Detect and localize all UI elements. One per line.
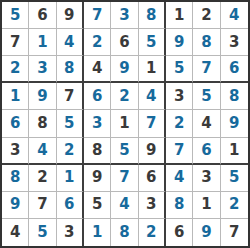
- cell-r6c6[interactable]: 9: [139, 138, 166, 165]
- cell-r7c9[interactable]: 5: [221, 165, 248, 192]
- entry-digit: 9: [174, 35, 184, 50]
- given-digit: 2: [201, 8, 211, 23]
- given-digit: 1: [119, 116, 129, 131]
- cell-r5c6[interactable]: 7: [139, 110, 166, 137]
- cell-r9c3[interactable]: 3: [57, 219, 84, 246]
- given-digit: 3: [64, 225, 74, 240]
- cell-r6c7[interactable]: 7: [166, 138, 193, 165]
- cell-r7c7[interactable]: 4: [166, 165, 193, 192]
- cell-r9c8[interactable]: 9: [193, 219, 220, 246]
- cell-r2c9[interactable]: 3: [221, 29, 248, 56]
- cell-r1c6[interactable]: 8: [139, 2, 166, 29]
- given-digit: 5: [92, 197, 102, 212]
- cell-r4c1[interactable]: 1: [2, 83, 29, 110]
- given-digit: 3: [146, 197, 156, 212]
- entry-digit: 2: [64, 143, 74, 158]
- entry-digit: 6: [201, 143, 211, 158]
- cell-r1c5[interactable]: 3: [111, 2, 138, 29]
- entry-digit: 4: [146, 89, 156, 104]
- given-digit: 9: [64, 8, 74, 23]
- entry-digit: 5: [146, 35, 156, 50]
- entry-digit: 1: [10, 89, 20, 104]
- cell-r4c6[interactable]: 4: [139, 83, 166, 110]
- cell-r3c9[interactable]: 6: [221, 56, 248, 83]
- cell-r5c9[interactable]: 9: [221, 110, 248, 137]
- given-digit: 6: [119, 35, 129, 50]
- cell-r3c4[interactable]: 4: [84, 56, 111, 83]
- entry-digit: 8: [229, 89, 239, 104]
- cell-r4c5[interactable]: 2: [111, 83, 138, 110]
- given-digit: 3: [174, 89, 184, 104]
- entry-digit: 5: [64, 116, 74, 131]
- entry-digit: 2: [119, 89, 129, 104]
- cell-r1c8[interactable]: 2: [193, 2, 220, 29]
- cell-r1c2[interactable]: 6: [29, 2, 56, 29]
- cell-r7c8[interactable]: 3: [193, 165, 220, 192]
- given-digit: 7: [229, 225, 239, 240]
- entry-digit: 2: [10, 61, 20, 76]
- given-digit: 6: [37, 8, 47, 23]
- cell-r6c3[interactable]: 2: [57, 138, 84, 165]
- cell-r5c7[interactable]: 2: [166, 110, 193, 137]
- given-digit: 7: [64, 89, 74, 104]
- entry-digit: 7: [174, 143, 184, 158]
- cell-r5c3[interactable]: 5: [57, 110, 84, 137]
- entry-digit: 8: [146, 8, 156, 23]
- entry-digit: 4: [229, 8, 239, 23]
- cell-r2c1[interactable]: 7: [2, 29, 29, 56]
- cell-r9c2[interactable]: 5: [29, 219, 56, 246]
- cell-r2c6[interactable]: 5: [139, 29, 166, 56]
- cell-r8c7[interactable]: 8: [166, 192, 193, 219]
- entry-digit: 4: [174, 170, 184, 185]
- sudoku-grid: 5697381247142659832384915761976243586853…: [0, 0, 250, 248]
- entry-digit: 2: [92, 35, 102, 50]
- entry-digit: 8: [64, 61, 74, 76]
- cell-r8c4[interactable]: 5: [84, 192, 111, 219]
- given-digit: 1: [174, 8, 184, 23]
- entry-digit: 9: [201, 225, 211, 240]
- given-digit: 3: [201, 170, 211, 185]
- entry-digit: 7: [146, 116, 156, 131]
- cell-r8c2[interactable]: 7: [29, 192, 56, 219]
- entry-digit: 1: [37, 35, 47, 50]
- entry-digit: 3: [119, 8, 129, 23]
- entry-digit: 2: [146, 225, 156, 240]
- cell-r6c5[interactable]: 5: [111, 138, 138, 165]
- cell-r3c5[interactable]: 9: [111, 56, 138, 83]
- cell-r6c9[interactable]: 1: [221, 138, 248, 165]
- given-digit: 4: [92, 61, 102, 76]
- entry-digit: 9: [119, 61, 129, 76]
- given-digit: 1: [229, 143, 239, 158]
- given-digit: 4: [10, 225, 20, 240]
- given-digit: 7: [37, 197, 47, 212]
- cell-r8c1[interactable]: 9: [2, 192, 29, 219]
- entry-digit: 9: [10, 197, 20, 212]
- given-digit: 2: [37, 170, 47, 185]
- cell-r9c9[interactable]: 7: [221, 219, 248, 246]
- entry-digit: 1: [64, 170, 74, 185]
- cell-r5c4[interactable]: 3: [84, 110, 111, 137]
- cell-r3c6[interactable]: 1: [139, 56, 166, 83]
- entry-digit: 5: [37, 225, 47, 240]
- entry-digit: 2: [229, 197, 239, 212]
- given-digit: 4: [201, 116, 211, 131]
- cell-r7c6[interactable]: 6: [139, 165, 166, 192]
- cell-r2c2[interactable]: 1: [29, 29, 56, 56]
- entry-digit: 7: [119, 170, 129, 185]
- cell-r4c3[interactable]: 7: [57, 83, 84, 110]
- entry-digit: 3: [37, 61, 47, 76]
- cell-r1c7[interactable]: 1: [166, 2, 193, 29]
- entry-digit: 4: [64, 35, 74, 50]
- cell-r7c1[interactable]: 8: [2, 165, 29, 192]
- cell-r2c4[interactable]: 2: [84, 29, 111, 56]
- given-digit: 3: [229, 35, 239, 50]
- cell-r7c3[interactable]: 1: [57, 165, 84, 192]
- cell-r5c8[interactable]: 4: [193, 110, 220, 137]
- cell-r9c4[interactable]: 1: [84, 219, 111, 246]
- cell-r1c9[interactable]: 4: [221, 2, 248, 29]
- cell-r7c4[interactable]: 9: [84, 165, 111, 192]
- cell-r1c3[interactable]: 9: [57, 2, 84, 29]
- given-digit: 8: [92, 143, 102, 158]
- given-digit: 9: [146, 143, 156, 158]
- entry-digit: 6: [229, 61, 239, 76]
- cell-r3c2[interactable]: 3: [29, 56, 56, 83]
- given-digit: 7: [10, 35, 20, 50]
- given-digit: 9: [92, 170, 102, 185]
- entry-digit: 1: [92, 225, 102, 240]
- given-digit: 1: [146, 61, 156, 76]
- cell-r4c4[interactable]: 6: [84, 83, 111, 110]
- cell-r8c5[interactable]: 4: [111, 192, 138, 219]
- entry-digit: 7: [201, 61, 211, 76]
- cell-r8c3[interactable]: 6: [57, 192, 84, 219]
- entry-digit: 6: [64, 197, 74, 212]
- entry-digit: 4: [37, 143, 47, 158]
- cell-r9c7[interactable]: 6: [166, 219, 193, 246]
- cell-r3c7[interactable]: 5: [166, 56, 193, 83]
- entry-digit: 8: [174, 197, 184, 212]
- cell-r9c6[interactable]: 2: [139, 219, 166, 246]
- entry-digit: 8: [10, 170, 20, 185]
- cell-r6c4[interactable]: 8: [84, 138, 111, 165]
- cell-r7c2[interactable]: 2: [29, 165, 56, 192]
- cell-r6c2[interactable]: 4: [29, 138, 56, 165]
- given-digit: 6: [174, 225, 184, 240]
- entry-digit: 2: [174, 116, 184, 131]
- entry-digit: 5: [174, 61, 184, 76]
- cell-r2c3[interactable]: 4: [57, 29, 84, 56]
- entry-digit: 5: [10, 8, 20, 23]
- entry-digit: 5: [119, 143, 129, 158]
- cell-r5c2[interactable]: 8: [29, 110, 56, 137]
- entry-digit: 6: [10, 116, 20, 131]
- cell-r4c8[interactable]: 5: [193, 83, 220, 110]
- cell-r2c7[interactable]: 9: [166, 29, 193, 56]
- cell-r8c8[interactable]: 1: [193, 192, 220, 219]
- entry-digit: 4: [119, 197, 129, 212]
- cell-r1c1[interactable]: 5: [2, 2, 29, 29]
- cell-r1c4[interactable]: 7: [84, 2, 111, 29]
- entry-digit: 5: [229, 170, 239, 185]
- cell-r6c8[interactable]: 6: [193, 138, 220, 165]
- cell-r3c3[interactable]: 8: [57, 56, 84, 83]
- cell-r2c5[interactable]: 6: [111, 29, 138, 56]
- given-digit: 1: [201, 197, 211, 212]
- given-digit: 3: [10, 143, 20, 158]
- cell-r7c5[interactable]: 7: [111, 165, 138, 192]
- cell-r9c1[interactable]: 4: [2, 219, 29, 246]
- entry-digit: 9: [229, 116, 239, 131]
- cell-r2c8[interactable]: 8: [193, 29, 220, 56]
- cell-r3c8[interactable]: 7: [193, 56, 220, 83]
- cell-r4c2[interactable]: 9: [29, 83, 56, 110]
- cell-r5c1[interactable]: 6: [2, 110, 29, 137]
- cell-r6c1[interactable]: 3: [2, 138, 29, 165]
- entry-digit: 5: [201, 89, 211, 104]
- entry-digit: 7: [92, 8, 102, 23]
- entry-digit: 3: [92, 116, 102, 131]
- given-digit: 8: [37, 116, 47, 131]
- entry-digit: 8: [201, 35, 211, 50]
- entry-digit: 9: [37, 89, 47, 104]
- cell-r9c5[interactable]: 8: [111, 219, 138, 246]
- entry-digit: 6: [92, 89, 102, 104]
- cell-r5c5[interactable]: 1: [111, 110, 138, 137]
- given-digit: 6: [146, 170, 156, 185]
- entry-digit: 8: [119, 225, 129, 240]
- cell-r4c9[interactable]: 8: [221, 83, 248, 110]
- cell-r8c9[interactable]: 2: [221, 192, 248, 219]
- cell-r3c1[interactable]: 2: [2, 56, 29, 83]
- cell-r4c7[interactable]: 3: [166, 83, 193, 110]
- cell-r8c6[interactable]: 3: [139, 192, 166, 219]
